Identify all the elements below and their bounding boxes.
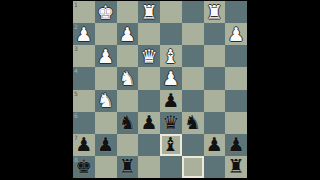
square-f4[interactable]: ♞ [117,67,139,89]
square-g2[interactable] [95,23,117,45]
piece-black-knight: ♞ [119,113,136,132]
square-d1[interactable] [160,1,182,23]
square-h1[interactable]: 1 [73,1,95,23]
square-f6[interactable]: ♞ [117,112,139,134]
piece-white-pawn: ♟ [119,25,136,44]
square-h2[interactable]: 2♟ [73,23,95,45]
piece-white-pawn: ♟ [162,69,179,88]
square-c5[interactable] [182,90,204,112]
rank-label-5: 5 [74,90,78,97]
square-c1[interactable] [182,1,204,23]
piece-black-rook: ♜ [119,157,136,176]
letterbox-left [0,0,73,180]
square-f7[interactable] [117,134,139,156]
chess-board: 1♚♜♜2♟♟♟3♟♛♝4♞♟5♞♟6♞♟♛♞7♟♟♝♟♟8♚♜♜ [73,1,247,178]
piece-black-knight: ♞ [184,113,201,132]
square-d3[interactable]: ♝ [160,45,182,67]
square-c2[interactable] [182,23,204,45]
square-h8[interactable]: 8♚ [73,156,95,178]
piece-black-pawn: ♟ [141,113,158,132]
rank-label-6: 6 [74,112,78,119]
square-e1[interactable]: ♜ [138,1,160,23]
piece-black-rook: ♜ [228,157,245,176]
square-f1[interactable] [117,1,139,23]
square-c4[interactable] [182,67,204,89]
square-g7[interactable]: ♟ [95,134,117,156]
piece-white-pawn: ♟ [97,47,114,66]
piece-black-pawn: ♟ [97,135,114,154]
square-f3[interactable] [117,45,139,67]
square-b1[interactable]: ♜ [204,1,226,23]
square-a6[interactable] [225,112,247,134]
square-a5[interactable] [225,90,247,112]
square-a4[interactable] [225,67,247,89]
piece-black-pawn: ♟ [75,135,92,154]
square-e2[interactable] [138,23,160,45]
piece-white-pawn: ♟ [228,25,245,44]
square-e7[interactable] [138,134,160,156]
square-f2[interactable]: ♟ [117,23,139,45]
square-d7[interactable]: ♝ [160,134,182,156]
piece-black-bishop: ♝ [162,135,179,154]
rank-label-8: 8 [74,156,78,163]
square-f8[interactable]: ♜ [117,156,139,178]
square-c8[interactable] [182,156,204,178]
square-h4[interactable]: 4 [73,67,95,89]
square-b5[interactable] [204,90,226,112]
square-e5[interactable] [138,90,160,112]
square-e6[interactable]: ♟ [138,112,160,134]
square-h6[interactable]: 6 [73,112,95,134]
square-d4[interactable]: ♟ [160,67,182,89]
square-h3[interactable]: 3 [73,45,95,67]
piece-black-queen: ♛ [162,113,179,132]
screenshot-stage: 1♚♜♜2♟♟♟3♟♛♝4♞♟5♞♟6♞♟♛♞7♟♟♝♟♟8♚♜♜ [0,0,320,180]
rank-label-3: 3 [74,45,78,52]
square-d2[interactable] [160,23,182,45]
square-g3[interactable]: ♟ [95,45,117,67]
square-d5[interactable]: ♟ [160,90,182,112]
square-h7[interactable]: 7♟ [73,134,95,156]
square-g1[interactable]: ♚ [95,1,117,23]
square-d8[interactable] [160,156,182,178]
piece-black-pawn: ♟ [162,91,179,110]
square-a7[interactable]: ♟ [225,134,247,156]
piece-white-bishop: ♝ [162,47,179,66]
square-g5[interactable]: ♞ [95,90,117,112]
piece-black-pawn: ♟ [206,135,223,154]
square-e3[interactable]: ♛ [138,45,160,67]
piece-white-rook: ♜ [206,3,223,22]
square-c3[interactable] [182,45,204,67]
square-d6[interactable]: ♛ [160,112,182,134]
piece-white-queen: ♛ [141,47,158,66]
square-a1[interactable] [225,1,247,23]
square-a2[interactable]: ♟ [225,23,247,45]
square-f5[interactable] [117,90,139,112]
square-h5[interactable]: 5 [73,90,95,112]
letterbox-right [247,0,320,180]
square-g4[interactable] [95,67,117,89]
piece-white-knight: ♞ [97,91,114,110]
square-a8[interactable]: ♜ [225,156,247,178]
square-e8[interactable] [138,156,160,178]
square-b4[interactable] [204,67,226,89]
square-a3[interactable] [225,45,247,67]
square-g8[interactable] [95,156,117,178]
rank-label-4: 4 [74,67,78,74]
square-b8[interactable] [204,156,226,178]
piece-black-king: ♚ [75,157,92,176]
square-b6[interactable] [204,112,226,134]
piece-white-king: ♚ [97,3,114,22]
square-e4[interactable] [138,67,160,89]
piece-white-knight: ♞ [119,69,136,88]
rank-label-2: 2 [74,23,78,30]
piece-white-pawn: ♟ [75,25,92,44]
piece-white-rook: ♜ [141,3,158,22]
square-b2[interactable] [204,23,226,45]
square-g6[interactable] [95,112,117,134]
square-c7[interactable] [182,134,204,156]
square-c6[interactable]: ♞ [182,112,204,134]
rank-label-7: 7 [74,134,78,141]
piece-black-pawn: ♟ [228,135,245,154]
square-b3[interactable] [204,45,226,67]
square-b7[interactable]: ♟ [204,134,226,156]
rank-label-1: 1 [74,1,78,8]
